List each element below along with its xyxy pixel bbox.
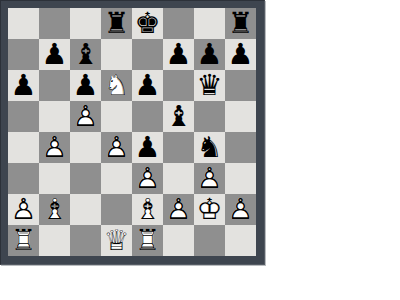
square-d4[interactable]: ♟♙ xyxy=(101,132,132,163)
square-c3[interactable] xyxy=(70,163,101,194)
piece-white-pawn[interactable]: ♟♙ xyxy=(8,194,39,225)
square-h8[interactable]: ♜ xyxy=(225,8,256,39)
square-d8[interactable]: ♜ xyxy=(101,8,132,39)
piece-black-pawn[interactable]: ♟ xyxy=(132,70,163,101)
square-h6[interactable] xyxy=(225,70,256,101)
square-g7[interactable]: ♟ xyxy=(194,39,225,70)
square-e5[interactable] xyxy=(132,101,163,132)
square-a4[interactable] xyxy=(8,132,39,163)
square-g6[interactable]: ♛ xyxy=(194,70,225,101)
square-f8[interactable] xyxy=(163,8,194,39)
square-c8[interactable] xyxy=(70,8,101,39)
square-b5[interactable] xyxy=(39,101,70,132)
square-c4[interactable] xyxy=(70,132,101,163)
piece-black-rook[interactable]: ♜ xyxy=(101,8,132,39)
square-a5[interactable] xyxy=(8,101,39,132)
square-e2[interactable]: ♝♗ xyxy=(132,194,163,225)
square-h1[interactable] xyxy=(225,225,256,256)
piece-black-bishop[interactable]: ♝ xyxy=(163,101,194,132)
square-c5[interactable]: ♟♙ xyxy=(70,101,101,132)
square-h2[interactable]: ♟♙ xyxy=(225,194,256,225)
square-e3[interactable]: ♟♙ xyxy=(132,163,163,194)
piece-black-pawn[interactable]: ♟ xyxy=(194,39,225,70)
piece-black-pawn[interactable]: ♟ xyxy=(163,39,194,70)
piece-white-pawn[interactable]: ♟♙ xyxy=(225,194,256,225)
piece-black-knight[interactable]: ♞ xyxy=(194,132,225,163)
piece-white-pawn[interactable]: ♟♙ xyxy=(101,132,132,163)
piece-white-pawn[interactable]: ♟♙ xyxy=(39,132,70,163)
square-g5[interactable] xyxy=(194,101,225,132)
square-c1[interactable] xyxy=(70,225,101,256)
piece-white-king[interactable]: ♚♔ xyxy=(194,194,225,225)
piece-white-bishop[interactable]: ♝♗ xyxy=(39,194,70,225)
piece-white-rook[interactable]: ♜♖ xyxy=(8,225,39,256)
square-d3[interactable] xyxy=(101,163,132,194)
piece-white-pawn[interactable]: ♟♙ xyxy=(163,194,194,225)
square-e6[interactable]: ♟ xyxy=(132,70,163,101)
piece-white-pawn[interactable]: ♟♙ xyxy=(70,101,101,132)
square-g8[interactable] xyxy=(194,8,225,39)
square-g4[interactable]: ♞ xyxy=(194,132,225,163)
piece-white-bishop[interactable]: ♝♗ xyxy=(132,194,163,225)
piece-white-pawn[interactable]: ♟♙ xyxy=(194,163,225,194)
square-g1[interactable] xyxy=(194,225,225,256)
piece-black-pawn[interactable]: ♟ xyxy=(225,39,256,70)
piece-black-king[interactable]: ♚ xyxy=(132,8,163,39)
square-f7[interactable]: ♟ xyxy=(163,39,194,70)
square-e1[interactable]: ♜♖ xyxy=(132,225,163,256)
square-a1[interactable]: ♜♖ xyxy=(8,225,39,256)
square-g2[interactable]: ♚♔ xyxy=(194,194,225,225)
square-d7[interactable] xyxy=(101,39,132,70)
piece-black-pawn[interactable]: ♟ xyxy=(8,70,39,101)
piece-black-queen[interactable]: ♛ xyxy=(194,70,225,101)
square-b1[interactable] xyxy=(39,225,70,256)
piece-white-knight[interactable]: ♞♘ xyxy=(101,70,132,101)
square-d6[interactable]: ♞♘ xyxy=(101,70,132,101)
square-f3[interactable] xyxy=(163,163,194,194)
square-f4[interactable] xyxy=(163,132,194,163)
piece-white-rook[interactable]: ♜♖ xyxy=(132,225,163,256)
square-d5[interactable] xyxy=(101,101,132,132)
square-c7[interactable]: ♝ xyxy=(70,39,101,70)
square-e7[interactable] xyxy=(132,39,163,70)
piece-black-rook[interactable]: ♜ xyxy=(225,8,256,39)
square-h3[interactable] xyxy=(225,163,256,194)
square-b7[interactable]: ♟ xyxy=(39,39,70,70)
square-b3[interactable] xyxy=(39,163,70,194)
square-b2[interactable]: ♝♗ xyxy=(39,194,70,225)
square-a2[interactable]: ♟♙ xyxy=(8,194,39,225)
piece-white-pawn[interactable]: ♟♙ xyxy=(132,163,163,194)
piece-white-queen[interactable]: ♛♕ xyxy=(101,225,132,256)
square-f6[interactable] xyxy=(163,70,194,101)
square-f1[interactable] xyxy=(163,225,194,256)
square-e4[interactable]: ♟ xyxy=(132,132,163,163)
square-g3[interactable]: ♟♙ xyxy=(194,163,225,194)
chess-board: ♜♚♜♟♝♟♟♟♟♟♞♘♟♛♟♙♝♟♙♟♙♟♞♟♙♟♙♟♙♝♗♝♗♟♙♚♔♟♙♜… xyxy=(8,8,256,256)
chess-board-frame: ♜♚♜♟♝♟♟♟♟♟♞♘♟♛♟♙♝♟♙♟♙♟♞♟♙♟♙♟♙♝♗♝♗♟♙♚♔♟♙♜… xyxy=(0,0,265,265)
square-b4[interactable]: ♟♙ xyxy=(39,132,70,163)
square-h4[interactable] xyxy=(225,132,256,163)
square-c2[interactable] xyxy=(70,194,101,225)
square-b8[interactable] xyxy=(39,8,70,39)
square-e8[interactable]: ♚ xyxy=(132,8,163,39)
square-h7[interactable]: ♟ xyxy=(225,39,256,70)
square-d2[interactable] xyxy=(101,194,132,225)
square-a3[interactable] xyxy=(8,163,39,194)
square-f5[interactable]: ♝ xyxy=(163,101,194,132)
square-a6[interactable]: ♟ xyxy=(8,70,39,101)
square-c6[interactable]: ♟ xyxy=(70,70,101,101)
square-f2[interactable]: ♟♙ xyxy=(163,194,194,225)
square-a8[interactable] xyxy=(8,8,39,39)
piece-black-bishop[interactable]: ♝ xyxy=(70,39,101,70)
square-d1[interactable]: ♛♕ xyxy=(101,225,132,256)
square-b6[interactable] xyxy=(39,70,70,101)
square-a7[interactable] xyxy=(8,39,39,70)
page-background: ♜♚♜♟♝♟♟♟♟♟♞♘♟♛♟♙♝♟♙♟♙♟♞♟♙♟♙♟♙♝♗♝♗♟♙♚♔♟♙♜… xyxy=(0,0,400,300)
piece-black-pawn[interactable]: ♟ xyxy=(39,39,70,70)
square-h5[interactable] xyxy=(225,101,256,132)
piece-black-pawn[interactable]: ♟ xyxy=(70,70,101,101)
piece-black-pawn[interactable]: ♟ xyxy=(132,132,163,163)
